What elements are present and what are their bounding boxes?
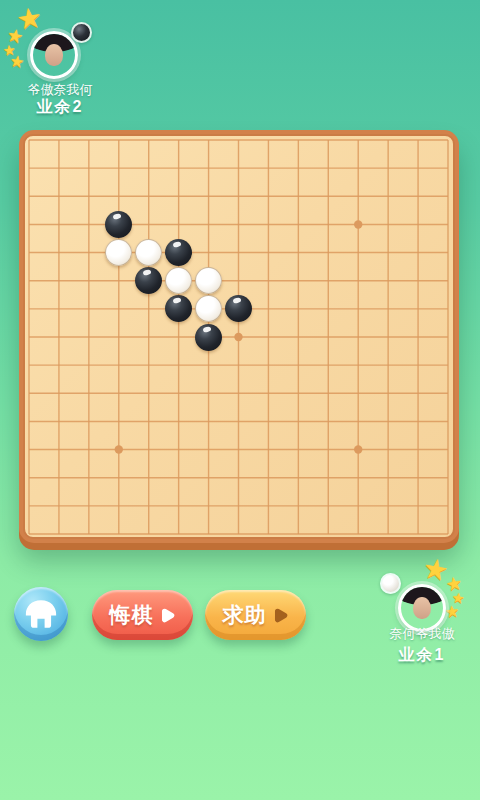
help-button-label: 求助: [223, 601, 267, 629]
black-stone-badge: [71, 22, 92, 43]
undo-button-label: 悔棋: [110, 601, 154, 629]
star-icon: ★: [9, 53, 25, 71]
star-point: [115, 445, 123, 453]
help-button[interactable]: 求助: [205, 590, 306, 640]
play-teardrop-icon: [159, 607, 176, 624]
gomoku-board[interactable]: [19, 130, 459, 543]
board-grid: [25, 136, 452, 536]
player-rank: 业余1: [362, 645, 480, 666]
board-face[interactable]: [23, 134, 455, 539]
star-point: [354, 445, 362, 453]
home-icon: [23, 596, 59, 632]
avatar[interactable]: [30, 31, 78, 79]
stone-black: [165, 239, 192, 266]
white-stone-badge: [380, 573, 401, 594]
star-icon: ★: [444, 603, 460, 620]
home-button[interactable]: [14, 587, 68, 641]
star-point: [234, 333, 242, 341]
undo-button[interactable]: 悔棋: [92, 590, 193, 640]
stone-black: [195, 324, 222, 351]
stone-black: [105, 211, 132, 238]
game-screen: ★ ★ ★ ★ 爷傲奈我何 业余2 悔棋 求助 ★ ★ ★: [0, 0, 480, 800]
player-rank: 业余2: [0, 97, 120, 118]
star-point: [354, 220, 362, 228]
player-name: 奈何爷我傲: [362, 625, 480, 643]
play-teardrop-icon: [272, 607, 289, 624]
